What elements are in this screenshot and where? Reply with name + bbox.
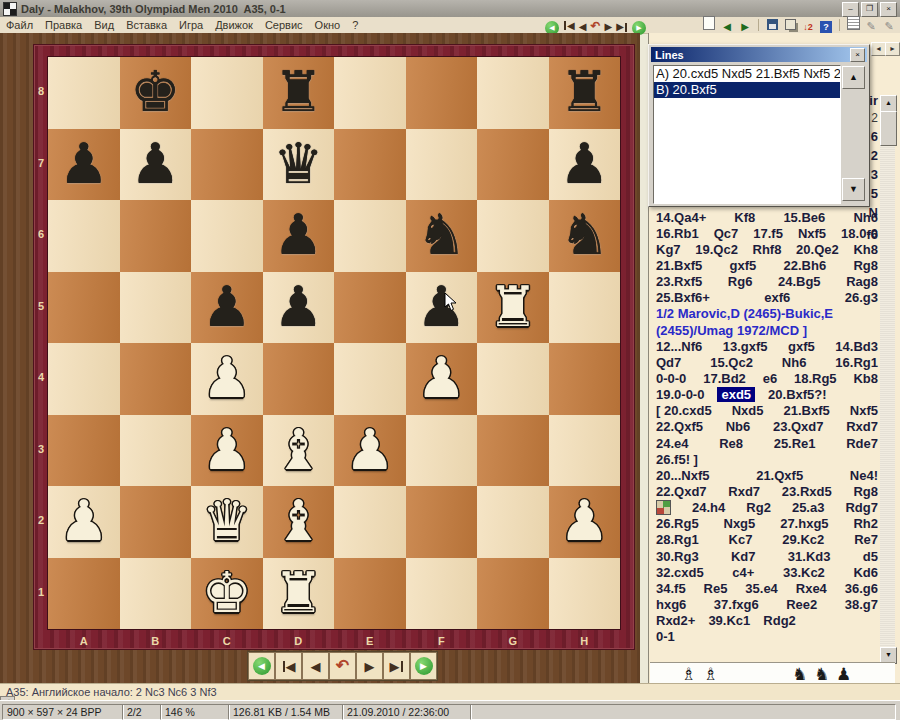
- square-b2[interactable]: [120, 486, 192, 558]
- notation-line: 22.Qxd7Rxd723.Rxd5Rg8: [656, 483, 878, 499]
- move-token[interactable]: 20.Qe2: [796, 242, 839, 257]
- move-token[interactable]: Rxe4: [796, 581, 827, 596]
- move-token[interactable]: 13.gxf5: [723, 339, 768, 354]
- app-chessboard-icon: [3, 2, 17, 16]
- square-a8[interactable]: [48, 57, 120, 129]
- square-e7[interactable]: [334, 129, 406, 201]
- move-token[interactable]: 0-0-0: [656, 371, 686, 386]
- square-a2[interactable]: ♟: [48, 486, 120, 558]
- move-token[interactable]: 35.e4: [745, 581, 778, 596]
- piece-black-pawn-d6[interactable]: ♟: [263, 200, 335, 272]
- square-f3[interactable]: [406, 415, 478, 487]
- move-token[interactable]: Rxd7: [846, 419, 878, 434]
- move-token[interactable]: 31.Kd3: [788, 549, 831, 564]
- square-e5[interactable]: [334, 272, 406, 344]
- goto-move-icon[interactable]: ↓2: [801, 16, 815, 34]
- piece-white-pawn-a2[interactable]: ♟: [48, 486, 120, 558]
- piece-white-pawn-c4[interactable]: ♟: [191, 343, 263, 415]
- move-token[interactable]: 12...Nf6: [656, 339, 702, 354]
- square-e8[interactable]: [334, 57, 406, 129]
- move-token[interactable]: Rg6: [728, 274, 753, 289]
- move-token[interactable]: 15.Qc2: [710, 355, 753, 370]
- file-label-A: A: [48, 633, 120, 649]
- square-f2[interactable]: [406, 486, 478, 558]
- prev-game-icon[interactable]: ◀: [545, 16, 559, 35]
- notation-line: 21.Bxf5gxf522.Bh6Rg8: [656, 257, 878, 273]
- move-token[interactable]: (2455)/Umag 1972/MCD ]: [656, 323, 807, 338]
- square-c8[interactable]: [191, 57, 263, 129]
- square-f1[interactable]: [406, 558, 478, 630]
- square-b3[interactable]: [120, 415, 192, 487]
- move-token[interactable]: 22.Qxd7: [656, 484, 707, 499]
- move-token[interactable]: 36.g6: [845, 581, 878, 596]
- scroll-thumb[interactable]: [880, 111, 897, 146]
- menu-item-Вставка[interactable]: Вставка: [120, 19, 173, 31]
- status-panel-5: [470, 704, 896, 720]
- rank-label-1: 1: [34, 586, 48, 598]
- move-token[interactable]: Kd6: [853, 565, 878, 580]
- move-token[interactable]: 14.Qa4+: [656, 210, 706, 225]
- notation-fragment: 3: [871, 167, 878, 183]
- move-token[interactable]: 30.Rg3: [656, 549, 699, 564]
- move-token[interactable]: Rdg2: [763, 613, 796, 628]
- mouse-cursor: [444, 292, 458, 316]
- file-label-E: E: [334, 633, 406, 649]
- square-e3[interactable]: ♟: [334, 415, 406, 487]
- square-h5[interactable]: [549, 272, 621, 344]
- back-button[interactable]: ◀: [303, 653, 328, 679]
- move-token[interactable]: Kg7: [656, 242, 681, 257]
- move-token[interactable]: Kb8: [853, 371, 878, 386]
- square-c2[interactable]: ♛: [191, 486, 263, 558]
- square-c6[interactable]: [191, 200, 263, 272]
- square-f6[interactable]: ♞: [406, 200, 478, 272]
- piece-white-bishop-d2[interactable]: ♝: [263, 486, 335, 558]
- square-f4[interactable]: ♟: [406, 343, 478, 415]
- move-token[interactable]: Nxd5: [732, 403, 764, 418]
- prev-game-button[interactable]: ◀: [249, 653, 274, 679]
- lines-window: Lines × A) 20.cxd5 Nxd5 21.Bxf5 Nxf5 2B)…: [648, 44, 870, 207]
- move-token[interactable]: exf6: [764, 290, 790, 305]
- menu-item-Окно[interactable]: Окно: [309, 19, 347, 31]
- square-d8[interactable]: ♜: [263, 57, 335, 129]
- window-controls: –❐×: [842, 2, 897, 17]
- menu-item-Файл[interactable]: Файл: [0, 19, 39, 31]
- scroll-up-button[interactable]: ▲: [880, 95, 897, 112]
- piece-black-knight-f6[interactable]: ♞: [406, 200, 478, 272]
- piece-white-king-c1[interactable]: ♚: [191, 558, 263, 630]
- green-back-icon[interactable]: ◀: [720, 16, 734, 34]
- move-token[interactable]: 24.h4: [692, 500, 725, 515]
- piece-white-queen-c2[interactable]: ♛: [191, 486, 263, 558]
- move-token[interactable]: Rag8: [846, 274, 878, 289]
- piece-black-rook-h8[interactable]: ♜: [549, 57, 621, 129]
- square-b4[interactable]: [120, 343, 192, 415]
- move-token[interactable]: 17.f5: [753, 226, 783, 241]
- toolbar-separator: [758, 19, 759, 31]
- material-balance-strip: ♗♗♞♞♟: [650, 662, 895, 685]
- move-token[interactable]: Re7: [854, 532, 878, 547]
- file-label-H: H: [549, 633, 621, 649]
- save-icon[interactable]: [765, 16, 779, 34]
- move-token[interactable]: 19.0-0-0: [656, 387, 704, 402]
- goto-end-icon[interactable]: ▶: [616, 16, 628, 34]
- notation-line: Kg719.Qc2Rhf820.Qe2Kh8: [656, 241, 878, 257]
- undo-icon[interactable]: ↶: [590, 16, 600, 34]
- properties-icon[interactable]: [846, 16, 860, 34]
- minimize-button[interactable]: –: [842, 2, 859, 17]
- move-token[interactable]: gxf5: [788, 339, 815, 354]
- square-h3[interactable]: [549, 415, 621, 487]
- square-c5[interactable]: ♟: [191, 272, 263, 344]
- notation-line: 23.Rxf5Rg624.Bg5Rag8: [656, 274, 878, 290]
- square-e1[interactable]: [334, 558, 406, 630]
- lines-item-a[interactable]: A) 20.cxd5 Nxd5 21.Bxf5 Nxf5 2: [654, 66, 840, 82]
- move-token[interactable]: Rh2: [853, 516, 878, 531]
- status-panel-4: 21.09.2010 / 22:36:00: [342, 704, 472, 720]
- move-token[interactable]: 15.Be6: [783, 210, 825, 225]
- status-panel-3: 126.81 KB / 1.54 MB: [228, 704, 344, 720]
- move-token[interactable]: 23.Qxd7: [773, 419, 824, 434]
- menu-item-Сервис[interactable]: Сервис: [259, 19, 309, 31]
- lines-scroll-up-button[interactable]: ▲: [842, 66, 865, 89]
- status-panel-0: 900 × 597 × 24 BPP: [2, 704, 124, 720]
- notation-line: 14.Qa4+Kf815.Be6Nh6: [656, 209, 878, 225]
- square-a3[interactable]: [48, 415, 120, 487]
- next-game-icon[interactable]: ▶: [632, 16, 646, 35]
- move-token[interactable]: 0-1: [656, 629, 675, 644]
- piece-white-pawn-f4[interactable]: ♟: [406, 343, 478, 415]
- maximize-button[interactable]: ❐: [861, 2, 878, 17]
- lines-window-title: Lines: [655, 49, 684, 61]
- move-token[interactable]: 37.fxg6: [714, 597, 759, 612]
- square-f7[interactable]: [406, 129, 478, 201]
- material-black-pawn: ♟: [836, 663, 851, 684]
- move-token[interactable]: Rg8: [853, 258, 878, 273]
- notation-line: Qd715.Qc2Nh616.Rg1: [656, 354, 878, 370]
- move-token[interactable]: 23.Rxf5: [656, 274, 702, 289]
- square-d7[interactable]: ♛: [263, 129, 335, 201]
- notation-line: 26.Rg5Nxg527.hxg5Rh2: [656, 516, 878, 532]
- move-token[interactable]: 23.Rxd5: [782, 484, 832, 499]
- square-b6[interactable]: [120, 200, 192, 272]
- notation-line: 34.f5Re535.e4Rxe436.g6: [656, 580, 878, 596]
- menu-item-Игра[interactable]: Игра: [173, 19, 209, 31]
- move-token[interactable]: Ne4!: [850, 468, 878, 483]
- notation-line: 25.Bxf6+exf626.g3: [656, 290, 878, 306]
- move-token[interactable]: hxg6: [656, 597, 686, 612]
- rank-label-6: 6: [34, 228, 48, 240]
- move-token[interactable]: 18.Rg5: [794, 371, 837, 386]
- square-c1[interactable]: ♚: [191, 558, 263, 630]
- status-panel-2: 146 %: [160, 704, 230, 720]
- move-token[interactable]: 18.0-0: [841, 226, 878, 241]
- piece-black-pawn-b7[interactable]: ♟: [120, 129, 192, 201]
- move-token[interactable]: 20...Nxf5: [656, 468, 709, 483]
- move-token[interactable]: 21.Qxf5: [756, 468, 803, 483]
- rank-label-4: 4: [34, 371, 48, 383]
- menu-item-Движок[interactable]: Движок: [209, 19, 259, 31]
- search-icon[interactable]: ?: [819, 16, 833, 34]
- menu-item-Вид[interactable]: Вид: [88, 19, 120, 31]
- square-a5[interactable]: [48, 272, 120, 344]
- move-token[interactable]: 25.Bxf6+: [656, 290, 710, 305]
- goto-end-button[interactable]: ▶: [384, 653, 409, 679]
- piece-black-rook-d8[interactable]: ♜: [263, 57, 335, 129]
- move-token[interactable]: 22.Bh6: [784, 258, 827, 273]
- move-token[interactable]: Nb6: [726, 419, 751, 434]
- square-h2[interactable]: ♟: [549, 486, 621, 558]
- file-label-B: B: [120, 633, 192, 649]
- square-d6[interactable]: ♟: [263, 200, 335, 272]
- move-token[interactable]: 28.Rg1: [656, 532, 699, 547]
- close-button[interactable]: ×: [880, 2, 897, 17]
- title-bar: Daly - Malakhov, 39th Olympiad Men 2010 …: [0, 0, 900, 17]
- square-d5[interactable]: ♟: [263, 272, 335, 344]
- square-a6[interactable]: [48, 200, 120, 272]
- move-token[interactable]: Kf8: [734, 210, 755, 225]
- piece-black-pawn-f5[interactable]: ♟: [406, 272, 478, 344]
- square-f8[interactable]: [406, 57, 478, 129]
- square-b8[interactable]: ♚: [120, 57, 192, 129]
- piece-black-knight-h6[interactable]: ♞: [549, 200, 621, 272]
- piece-black-pawn-a7[interactable]: ♟: [48, 129, 120, 201]
- notation-line: 0-1: [656, 629, 878, 645]
- square-a4[interactable]: [48, 343, 120, 415]
- lines-item-b[interactable]: B) 20.Bxf5: [654, 82, 840, 98]
- move-token[interactable]: Re5: [704, 581, 728, 596]
- notation-text: 14.Qa4+Kf815.Be6Nh616.Rb1Qc717.f5Nxf518.…: [656, 209, 878, 645]
- move-token[interactable]: Rxd7: [728, 484, 760, 499]
- goto-start-icon[interactable]: ◀: [563, 16, 575, 34]
- move-token[interactable]: 39.Kc1: [708, 613, 750, 628]
- move-token[interactable]: 24.Bg5: [778, 274, 821, 289]
- move-token[interactable]: Rg8: [853, 484, 878, 499]
- square-h4[interactable]: [549, 343, 621, 415]
- file-label-D: D: [263, 633, 335, 649]
- move-token[interactable]: e6: [763, 371, 777, 386]
- rank-label-5: 5: [34, 300, 48, 312]
- move-token[interactable]: 29.Kc2: [782, 532, 824, 547]
- board-frame: ♚♜♜♟♟♛♟♟♞♞♟♟♟♜♟♟♟♝♟♟♛♝♟♚♜ 87654321 ABCDE…: [33, 44, 635, 650]
- move-token[interactable]: Rde7: [846, 436, 878, 451]
- move-token[interactable]: 21.Bxf5: [656, 258, 702, 273]
- move-token[interactable]: 14.Bd3: [835, 339, 878, 354]
- lines-window-titlebar[interactable]: Lines ×: [651, 47, 867, 62]
- move-token[interactable]: 17.Bd2: [703, 371, 746, 386]
- move-token[interactable]: Rhf8: [753, 242, 782, 257]
- move-token[interactable]: 1/2 Marovic,D (2465)-Bukic,E: [656, 306, 833, 321]
- piece-black-pawn-d5[interactable]: ♟: [263, 272, 335, 344]
- move-token[interactable]: 19.Qc2: [695, 242, 738, 257]
- navigation-toolbar: ◀◀◀↶▶▶▶: [545, 17, 646, 33]
- move-token[interactable]: exd5: [717, 387, 755, 402]
- move-token[interactable]: 34.f5: [656, 581, 686, 596]
- piece-black-queen-d7[interactable]: ♛: [263, 129, 335, 201]
- square-g8[interactable]: [477, 57, 549, 129]
- move-token[interactable]: Nh6: [853, 210, 878, 225]
- notation-line: 24.h4Rg225.a3Rdg7: [656, 500, 878, 516]
- notation-line: 1/2 Marovic,D (2465)-Bukic,E: [656, 306, 878, 322]
- square-a7[interactable]: ♟: [48, 129, 120, 201]
- square-g6[interactable]: [477, 200, 549, 272]
- diagram-marker-icon[interactable]: [656, 500, 671, 515]
- square-h6[interactable]: ♞: [549, 200, 621, 272]
- move-token[interactable]: 27.hxg5: [780, 516, 828, 531]
- square-g3[interactable]: [477, 415, 549, 487]
- window-title: Daly - Malakhov, 39th Olympiad Men 2010 …: [21, 3, 286, 15]
- rank-label-8: 8: [34, 85, 48, 97]
- piece-black-king-b8[interactable]: ♚: [120, 57, 192, 129]
- next-game-button[interactable]: ▶: [411, 653, 436, 679]
- square-c7[interactable]: [191, 129, 263, 201]
- icon-toolbar: ◀▶↓2?✎✎✕✚: [702, 17, 900, 33]
- square-c3[interactable]: ♟: [191, 415, 263, 487]
- move-token[interactable]: Kd7: [731, 549, 756, 564]
- forward-button[interactable]: ▶: [357, 653, 382, 679]
- lines-close-icon[interactable]: ×: [850, 48, 865, 62]
- move-token[interactable]: 33.Kc2: [783, 565, 825, 580]
- move-token[interactable]: gxf5: [730, 258, 757, 273]
- square-g4[interactable]: [477, 343, 549, 415]
- rank-label-3: 3: [34, 443, 48, 455]
- square-h1[interactable]: [549, 558, 621, 630]
- forward-icon[interactable]: ▶: [604, 16, 612, 34]
- move-token[interactable]: 16.Rg1: [835, 355, 878, 370]
- square-g2[interactable]: [477, 486, 549, 558]
- move-token[interactable]: 32.cxd5: [656, 565, 704, 580]
- notation-scrollbar[interactable]: ▲ ▼: [880, 95, 895, 664]
- move-token[interactable]: Rdg7: [845, 500, 878, 515]
- notation-fragment: 2: [871, 148, 878, 164]
- move-token[interactable]: 26.Rg5: [656, 516, 699, 531]
- move-token[interactable]: Nxf5: [850, 403, 878, 418]
- chess-board: ♚♜♜♟♟♛♟♟♞♞♟♟♟♜♟♟♟♝♟♟♛♝♟♚♜: [48, 57, 620, 629]
- move-token[interactable]: 26.g3: [845, 290, 878, 305]
- notation-fragment: 5: [871, 186, 878, 202]
- move-token[interactable]: Rxd2+: [656, 613, 695, 628]
- goto-start-button[interactable]: ◀: [276, 653, 301, 679]
- notation-line: Rxd2+39.Kc1Rdg2: [656, 613, 878, 629]
- move-token[interactable]: 21.Bxf5: [784, 403, 830, 418]
- material-white-bishop: ♗: [681, 663, 696, 684]
- move-token[interactable]: Kc7: [729, 532, 753, 547]
- square-d3[interactable]: ♝: [263, 415, 335, 487]
- piece-white-pawn-c3[interactable]: ♟: [191, 415, 263, 487]
- undo-button[interactable]: ↶: [330, 653, 355, 679]
- move-token[interactable]: 20.Bxf5?!: [768, 387, 827, 402]
- square-f5[interactable]: ♟: [406, 272, 478, 344]
- square-d4[interactable]: [263, 343, 335, 415]
- move-token[interactable]: Rg2: [746, 500, 771, 515]
- square-e4[interactable]: [334, 343, 406, 415]
- notation-line: 22.Qxf5Nb623.Qxd7Rxd7: [656, 419, 878, 435]
- move-token[interactable]: c4+: [732, 565, 754, 580]
- notation-fragment: 6: [871, 129, 878, 145]
- application-window: Daly - Malakhov, 39th Olympiad Men 2010 …: [0, 0, 900, 720]
- square-h8[interactable]: ♜: [549, 57, 621, 129]
- board-navigation-bar: ◀◀◀↶▶▶▶: [247, 651, 438, 681]
- square-d1[interactable]: ♜: [263, 558, 335, 630]
- lines-list: A) 20.cxd5 Nxd5 21.Bxf5 Nxf5 2B) 20.Bxf5: [653, 65, 841, 204]
- square-g7[interactable]: [477, 129, 549, 201]
- square-e6[interactable]: [334, 200, 406, 272]
- back-icon[interactable]: ◀: [579, 16, 587, 34]
- move-token[interactable]: d5: [863, 549, 878, 564]
- copy-board-icon[interactable]: [783, 16, 797, 34]
- move-token[interactable]: 25.Re1: [774, 436, 816, 451]
- lines-scroll-down-button[interactable]: ▼: [842, 178, 865, 201]
- square-b5[interactable]: [120, 272, 192, 344]
- panel-forward-arrow-button[interactable]: ►: [885, 42, 900, 56]
- move-token[interactable]: 25.a3: [792, 500, 825, 515]
- move-token[interactable]: 24.e4: [656, 436, 689, 451]
- move-token[interactable]: Ree2: [786, 597, 817, 612]
- menu-item-help[interactable]: ?: [346, 19, 364, 31]
- menu-item-Правка[interactable]: Правка: [39, 19, 88, 31]
- eraser-1-icon[interactable]: ✎: [864, 16, 878, 34]
- panel-back-arrow-button[interactable]: ◄: [871, 42, 886, 56]
- move-token[interactable]: Kh8: [853, 242, 878, 257]
- piece-white-bishop-d3[interactable]: ♝: [263, 415, 335, 487]
- piece-white-rook-g5[interactable]: ♜: [477, 272, 549, 344]
- move-token[interactable]: 22.Qxf5: [656, 419, 703, 434]
- square-g1[interactable]: [477, 558, 549, 630]
- move-token[interactable]: 38.g7: [845, 597, 878, 612]
- square-e2[interactable]: [334, 486, 406, 558]
- menu-bar: ФайлПравкаВидВставкаИграДвижокСервисОкно…: [0, 17, 900, 34]
- notation-line: 19.0-0-0exd520.Bxf5?!: [656, 387, 878, 403]
- square-h7[interactable]: ♟: [549, 129, 621, 201]
- notation-line: 28.Rg1Kc729.Kc2Re7: [656, 532, 878, 548]
- move-token[interactable]: 26.f5! ]: [656, 452, 698, 467]
- material-black-knight: ♞: [792, 663, 807, 684]
- move-token[interactable]: [ 20.cxd5: [656, 403, 712, 418]
- move-token[interactable]: Nxf5: [798, 226, 826, 241]
- notation-line: 24.e4Re825.Re1Rde7: [656, 435, 878, 451]
- rank-label-2: 2: [34, 514, 48, 526]
- eraser-2-icon[interactable]: ✎: [882, 16, 896, 34]
- square-c4[interactable]: ♟: [191, 343, 263, 415]
- move-token[interactable]: 16.Rb1: [656, 226, 699, 241]
- green-forward-icon[interactable]: ▶: [738, 16, 752, 34]
- move-token[interactable]: Re8: [719, 436, 743, 451]
- move-token[interactable]: Qd7: [656, 355, 681, 370]
- piece-white-pawn-e3[interactable]: ♟: [334, 415, 406, 487]
- move-token[interactable]: Nh6: [782, 355, 807, 370]
- notation-line: [ 20.cxd5Nxd521.Bxf5Nxf5: [656, 403, 878, 419]
- notation-line: (2455)/Umag 1972/MCD ]: [656, 322, 878, 338]
- piece-black-pawn-h7[interactable]: ♟: [549, 129, 621, 201]
- piece-white-rook-d1[interactable]: ♜: [263, 558, 335, 630]
- new-document-icon[interactable]: [702, 16, 716, 34]
- file-label-C: C: [191, 633, 263, 649]
- toolbar-separator: [839, 19, 840, 31]
- square-d2[interactable]: ♝: [263, 486, 335, 558]
- eco-opening-text: A35: Английское начало: 2 Nc3 Nc6 3 Nf3: [6, 686, 217, 698]
- piece-black-pawn-c5[interactable]: ♟: [191, 272, 263, 344]
- move-token[interactable]: Nxg5: [724, 516, 756, 531]
- piece-white-pawn-h2[interactable]: ♟: [549, 486, 621, 558]
- square-g5[interactable]: ♜: [477, 272, 549, 344]
- square-b7[interactable]: ♟: [120, 129, 192, 201]
- opening-status-line: A35: Английское начало: 2 Nc3 Nc6 3 Nf3: [0, 683, 900, 701]
- square-a1[interactable]: [48, 558, 120, 630]
- notation-line: 32.cxd5c4+33.Kc2Kd6: [656, 564, 878, 580]
- rank-label-7: 7: [34, 157, 48, 169]
- move-token[interactable]: Qc7: [714, 226, 739, 241]
- square-b1[interactable]: [120, 558, 192, 630]
